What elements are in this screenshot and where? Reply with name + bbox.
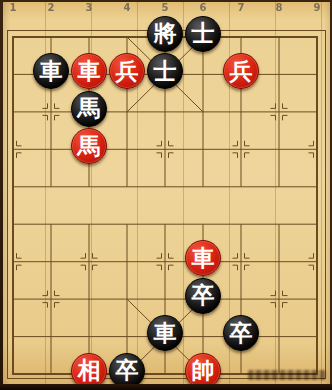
xiangqi-board[interactable]: 123456789 將士車車兵士兵馬馬車卒車卒相卒帥 — [0, 0, 332, 390]
pieces-layer: 將士車車兵士兵馬馬車卒車卒相卒帥 — [0, 18, 332, 390]
piece-black-pawn[interactable]: 卒 — [185, 278, 221, 314]
board-edge-top — [0, 0, 332, 2]
column-label: 6 — [184, 1, 222, 14]
piece-black-chariot[interactable]: 車 — [33, 53, 69, 89]
column-label: 5 — [146, 1, 184, 14]
piece-black-chariot[interactable]: 車 — [147, 315, 183, 351]
piece-black-advisor[interactable]: 士 — [147, 53, 183, 89]
piece-black-pawn[interactable]: 卒 — [223, 315, 259, 351]
column-label: 1 — [0, 1, 32, 14]
column-label: 9 — [298, 1, 332, 14]
piece-black-general[interactable]: 將 — [147, 16, 183, 52]
piece-red-chariot[interactable]: 車 — [185, 240, 221, 276]
column-label: 4 — [108, 1, 146, 14]
piece-black-horse[interactable]: 馬 — [71, 91, 107, 127]
watermark — [248, 370, 326, 380]
piece-red-pawn[interactable]: 兵 — [109, 53, 145, 89]
column-label: 3 — [70, 1, 108, 14]
column-label: 2 — [32, 1, 70, 14]
board-edge-bottom — [0, 384, 332, 390]
column-labels: 123456789 — [0, 1, 332, 14]
board-edge-left — [0, 0, 3, 390]
piece-black-advisor[interactable]: 士 — [185, 16, 221, 52]
piece-red-pawn[interactable]: 兵 — [223, 53, 259, 89]
column-label: 8 — [260, 1, 298, 14]
piece-red-chariot[interactable]: 車 — [71, 53, 107, 89]
column-label: 7 — [222, 1, 260, 14]
piece-red-horse[interactable]: 馬 — [71, 128, 107, 164]
